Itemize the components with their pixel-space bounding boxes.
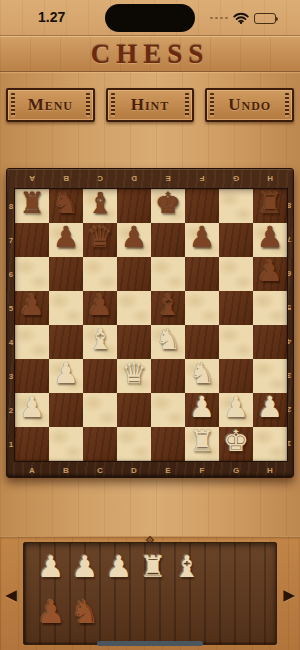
square-c4[interactable]: ♝ [83, 325, 117, 359]
square-h2[interactable]: ♟ [253, 393, 287, 427]
hint-button[interactable]: Hint [106, 88, 195, 122]
square-e5[interactable]: ♝ [151, 291, 185, 325]
piece-black-pawn[interactable]: ♟ [117, 220, 151, 254]
piece-white-pawn[interactable]: ♟ [219, 390, 253, 424]
rank-labels-left: 87654321 [7, 189, 15, 461]
square-h4[interactable] [253, 325, 287, 359]
square-h1[interactable] [253, 427, 287, 461]
piece-white-knight[interactable]: ♞ [185, 356, 219, 390]
piece-white-queen[interactable]: ♛ [117, 356, 151, 390]
square-g5[interactable] [219, 291, 253, 325]
square-d4[interactable] [117, 325, 151, 359]
square-c6[interactable] [83, 257, 117, 291]
square-e6[interactable] [151, 257, 185, 291]
square-c8[interactable]: ♝ [83, 189, 117, 223]
square-g4[interactable] [219, 325, 253, 359]
toolbar: Menu Hint Undo [6, 88, 294, 122]
square-b6[interactable] [49, 257, 83, 291]
piece-black-pawn[interactable]: ♟ [185, 220, 219, 254]
piece-black-queen[interactable]: ♛ [83, 220, 117, 254]
square-f5[interactable] [185, 291, 219, 325]
clock: 1.27 [38, 9, 65, 25]
app-root: 1.27 CHESS Menu Hint Undo ABCDEFGH 87654… [0, 0, 300, 650]
piece-white-pawn[interactable]: ♟ [49, 356, 83, 390]
file-label: H [253, 461, 287, 479]
piece-white-king[interactable]: ♚ [219, 424, 253, 458]
file-labels-bottom: ABCDEFGH [15, 461, 287, 479]
piece-black-pawn[interactable]: ♟ [83, 288, 117, 322]
notch [105, 4, 195, 32]
piece-black-bishop[interactable]: ♝ [83, 186, 117, 220]
square-e8[interactable]: ♚ [151, 189, 185, 223]
square-f8[interactable] [185, 189, 219, 223]
square-a3[interactable] [15, 359, 49, 393]
file-label: C [83, 461, 117, 479]
file-label: E [151, 461, 185, 479]
square-b3[interactable]: ♟ [49, 359, 83, 393]
square-a1[interactable] [15, 427, 49, 461]
piece-black-rook[interactable]: ♜ [15, 186, 49, 220]
piece-black-pawn[interactable]: ♟ [253, 220, 287, 254]
captured-white-row: ♟♟♟♜♝ [34, 547, 204, 587]
square-c2[interactable] [83, 393, 117, 427]
square-d6[interactable] [117, 257, 151, 291]
rank-label: 4 [7, 325, 15, 359]
square-c5[interactable]: ♟ [83, 291, 117, 325]
square-d8[interactable] [117, 189, 151, 223]
square-b1[interactable] [49, 427, 83, 461]
square-a2[interactable]: ♟ [15, 393, 49, 427]
square-b5[interactable] [49, 291, 83, 325]
square-b7[interactable]: ♟ [49, 223, 83, 257]
rank-label: 8 [7, 189, 15, 223]
piece-white-pawn[interactable]: ♟ [185, 390, 219, 424]
captured-white-pawn: ♟ [68, 547, 102, 587]
square-h7[interactable]: ♟ [253, 223, 287, 257]
rank-label: 5 [7, 291, 15, 325]
square-f7[interactable]: ♟ [185, 223, 219, 257]
square-a6[interactable] [15, 257, 49, 291]
piece-white-bishop[interactable]: ♝ [83, 322, 117, 356]
scroll-left-arrow[interactable]: ◀ [4, 586, 18, 604]
file-label: G [219, 169, 253, 189]
square-c3[interactable] [83, 359, 117, 393]
status-icons [210, 12, 276, 24]
file-label: D [117, 169, 151, 189]
file-label: A [15, 461, 49, 479]
piece-white-pawn[interactable]: ♟ [15, 390, 49, 424]
captured-white-pawn: ♟ [102, 547, 136, 587]
rank-label: 1 [7, 427, 15, 461]
captured-black-row: ♟♞ [34, 591, 102, 633]
square-a7[interactable] [15, 223, 49, 257]
file-label: G [219, 461, 253, 479]
piece-white-pawn[interactable]: ♟ [253, 390, 287, 424]
square-e2[interactable] [151, 393, 185, 427]
square-e4[interactable]: ♞ [151, 325, 185, 359]
square-g1[interactable]: ♚ [219, 427, 253, 461]
square-a5[interactable]: ♟ [15, 291, 49, 325]
square-e1[interactable] [151, 427, 185, 461]
piece-black-knight[interactable]: ♞ [49, 186, 83, 220]
captured-white-pawn: ♟ [34, 547, 68, 587]
file-label: F [185, 461, 219, 479]
square-g7[interactable] [219, 223, 253, 257]
piece-black-pawn[interactable]: ♟ [253, 254, 287, 288]
square-d3[interactable]: ♛ [117, 359, 151, 393]
square-d5[interactable] [117, 291, 151, 325]
piece-black-king[interactable]: ♚ [151, 186, 185, 220]
rank-label: 2 [7, 393, 15, 427]
scroll-right-arrow[interactable]: ▶ [282, 586, 296, 604]
square-d7[interactable]: ♟ [117, 223, 151, 257]
piece-white-knight[interactable]: ♞ [151, 322, 185, 356]
rank-label: 6 [7, 257, 15, 291]
square-f2[interactable]: ♟ [185, 393, 219, 427]
square-f3[interactable]: ♞ [185, 359, 219, 393]
square-a8[interactable]: ♜ [15, 189, 49, 223]
square-a4[interactable] [15, 325, 49, 359]
square-b4[interactable] [49, 325, 83, 359]
square-h6[interactable]: ♟ [253, 257, 287, 291]
piece-black-pawn[interactable]: ♟ [15, 288, 49, 322]
file-label: F [185, 169, 219, 189]
square-h8[interactable]: ♜ [253, 189, 287, 223]
square-g6[interactable] [219, 257, 253, 291]
home-indicator[interactable] [97, 641, 203, 646]
menu-button[interactable]: Menu [6, 88, 95, 122]
square-g3[interactable] [219, 359, 253, 393]
chess-board: ABCDEFGH 87654321 87654321 ABCDEFGH ♜♞♝♚… [6, 168, 294, 478]
captured-pieces-tray: ♟♟♟♜♝ ♟♞ ◀ ▶ [0, 536, 300, 650]
square-h3[interactable] [253, 359, 287, 393]
piece-black-bishop[interactable]: ♝ [151, 288, 185, 322]
square-e3[interactable] [151, 359, 185, 393]
battery-icon [254, 13, 276, 24]
square-c1[interactable] [83, 427, 117, 461]
captured-black-pawn: ♟ [34, 591, 68, 633]
page-title: CHESS [91, 36, 210, 72]
piece-white-rook[interactable]: ♜ [185, 424, 219, 458]
rank-label: 7 [7, 223, 15, 257]
square-b8[interactable]: ♞ [49, 189, 83, 223]
cellular-signal-icon [210, 17, 228, 20]
square-c7[interactable]: ♛ [83, 223, 117, 257]
square-e7[interactable] [151, 223, 185, 257]
captured-black-knight: ♞ [68, 591, 102, 633]
piece-black-pawn[interactable]: ♟ [49, 220, 83, 254]
square-h5[interactable] [253, 291, 287, 325]
title-bar: CHESS [0, 36, 300, 72]
square-f1[interactable]: ♜ [185, 427, 219, 461]
square-f6[interactable] [185, 257, 219, 291]
tray-panel: ♟♟♟♜♝ ♟♞ [23, 542, 277, 645]
rank-label: 3 [7, 359, 15, 393]
captured-white-rook: ♜ [136, 547, 170, 587]
wifi-icon [233, 12, 249, 24]
square-d2[interactable] [117, 393, 151, 427]
square-g2[interactable]: ♟ [219, 393, 253, 427]
board-grid: ♜♞♝♚♜♟♛♟♟♟♟♟♟♝♝♞♟♛♞♟♟♟♟♜♚ [15, 189, 287, 461]
undo-button[interactable]: Undo [205, 88, 294, 122]
file-label: B [49, 461, 83, 479]
piece-black-rook[interactable]: ♜ [253, 186, 287, 220]
square-g8[interactable] [219, 189, 253, 223]
captured-white-bishop: ♝ [170, 547, 204, 587]
file-label: D [117, 461, 151, 479]
square-f4[interactable] [185, 325, 219, 359]
square-d1[interactable] [117, 427, 151, 461]
square-b2[interactable] [49, 393, 83, 427]
status-bar: 1.27 [0, 0, 300, 36]
